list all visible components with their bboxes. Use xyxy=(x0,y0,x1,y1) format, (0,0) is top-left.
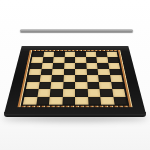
square-f3 xyxy=(87,82,100,89)
metal-rod xyxy=(20,29,133,32)
board-shadow xyxy=(2,115,148,121)
square-b3 xyxy=(38,82,51,89)
square-f2 xyxy=(87,89,100,97)
square-h4 xyxy=(110,75,123,82)
square-c1 xyxy=(49,97,62,105)
square-c3 xyxy=(50,82,63,89)
product-photo xyxy=(0,0,150,150)
square-e1 xyxy=(75,97,88,105)
square-b4 xyxy=(39,75,52,82)
square-e4 xyxy=(75,75,87,82)
square-c2 xyxy=(50,89,63,97)
square-d3 xyxy=(63,82,75,89)
square-e2 xyxy=(75,89,88,97)
square-d2 xyxy=(62,89,75,97)
square-g1 xyxy=(100,97,114,105)
square-g3 xyxy=(99,82,112,89)
square-h1 xyxy=(113,97,127,105)
chess-board xyxy=(4,46,146,114)
square-h3 xyxy=(111,82,124,89)
square-c4 xyxy=(51,75,63,82)
square-g4 xyxy=(98,75,111,82)
square-h2 xyxy=(112,89,126,97)
square-f1 xyxy=(88,97,101,105)
square-f4 xyxy=(87,75,99,82)
square-e3 xyxy=(75,82,87,89)
board-frame xyxy=(4,46,146,114)
square-d4 xyxy=(63,75,75,82)
square-d1 xyxy=(62,97,75,105)
squares-grid xyxy=(23,52,127,105)
square-b1 xyxy=(36,97,50,105)
inner-black-ring xyxy=(21,51,130,106)
inlay-border xyxy=(17,50,132,107)
square-b2 xyxy=(37,89,50,97)
square-g2 xyxy=(100,89,113,97)
